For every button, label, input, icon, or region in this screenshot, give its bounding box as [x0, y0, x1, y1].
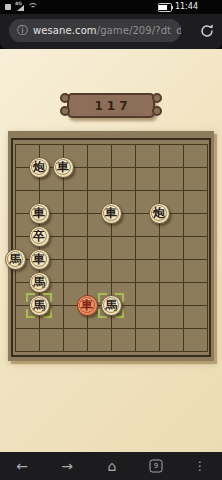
piece-black-炮[interactable]: 炮	[29, 157, 50, 178]
url-bar[interactable]: ⓘ wesane.com/game/209/?dt_dapp	[9, 19, 181, 42]
level-number: 117	[90, 99, 131, 113]
forward-button[interactable]: →	[61, 458, 73, 474]
tabs-button[interactable]: 9	[150, 460, 163, 473]
piece-black-車[interactable]: 車	[53, 157, 74, 178]
notification-icon	[5, 4, 11, 10]
url-domain: wesane.com	[33, 25, 97, 36]
xiangqi-board-grid: 炮車車車炮卒馬車馬馬車馬	[8, 131, 214, 361]
xiangqi-board[interactable]: 炮車車車炮卒馬車馬馬車馬	[8, 131, 214, 361]
wifi-icon	[28, 3, 38, 11]
menu-button[interactable]: ⋮	[194, 459, 206, 473]
status-icons-right: 11:44	[158, 3, 198, 12]
url-text: wesane.com/game/209/?dt_dapp	[33, 25, 181, 36]
browser-nav-bar: ← → ⌂ 9 ⋮	[0, 452, 222, 480]
piece-black-馬[interactable]: 馬	[5, 249, 26, 270]
game-page: 117 炮車車車炮卒馬車馬馬車馬	[0, 49, 222, 452]
piece-black-卒[interactable]: 卒	[29, 226, 50, 247]
piece-black-馬[interactable]: 馬	[101, 295, 122, 316]
piece-black-車[interactable]: 車	[29, 203, 50, 224]
url-path: /game/209/?dt_dapp	[97, 25, 181, 36]
site-info-icon[interactable]: ⓘ	[17, 23, 28, 38]
status-bar: 4G 11:44	[0, 0, 222, 14]
piece-black-馬[interactable]: 馬	[29, 272, 50, 293]
signal-4g-icon: 4G	[15, 3, 24, 11]
refresh-icon[interactable]	[199, 23, 215, 39]
browser-chrome: ⓘ wesane.com/game/209/?dt_dapp	[0, 14, 222, 49]
home-button[interactable]: ⌂	[108, 458, 117, 474]
piece-black-炮[interactable]: 炮	[149, 203, 170, 224]
status-icons-left: 4G	[5, 3, 38, 11]
piece-black-車[interactable]: 車	[29, 249, 50, 270]
back-button[interactable]: ←	[16, 458, 28, 474]
piece-black-車[interactable]: 車	[101, 203, 122, 224]
level-plaque: 117	[67, 93, 155, 118]
plaque-ornament-right	[151, 93, 162, 116]
phone-screen: 4G 11:44 ⓘ wesane.com/game/209/?dt_dapp …	[0, 0, 222, 480]
clock-time: 11:44	[175, 3, 198, 11]
piece-black-馬[interactable]: 馬	[29, 295, 50, 316]
battery-icon	[158, 3, 172, 12]
piece-red-車[interactable]: 車	[77, 295, 98, 316]
plaque-ornament-left	[60, 93, 71, 116]
